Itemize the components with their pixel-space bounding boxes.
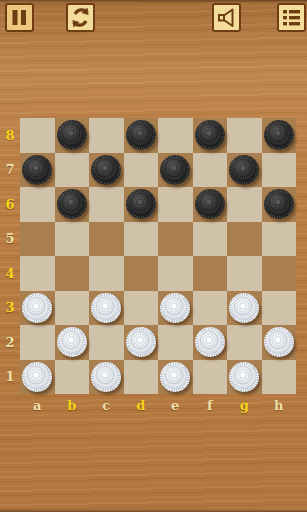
square-g5[interactable]	[227, 222, 262, 257]
square-c8[interactable]	[89, 118, 124, 153]
square-c6[interactable]	[89, 187, 124, 222]
restart-button[interactable]	[66, 3, 95, 32]
file-label-b: b	[55, 394, 90, 416]
piece-white-g3[interactable]	[229, 293, 259, 323]
piece-black-e7[interactable]	[160, 155, 190, 185]
piece-black-b8[interactable]	[57, 120, 87, 150]
square-f3[interactable]	[193, 291, 228, 326]
square-e5[interactable]	[158, 222, 193, 257]
sound-button[interactable]	[212, 3, 241, 32]
piece-white-g1[interactable]	[229, 362, 259, 392]
piece-black-h8[interactable]	[264, 120, 294, 150]
square-a6[interactable]	[20, 187, 55, 222]
rank-label-6: 6	[0, 187, 20, 222]
piece-black-c7[interactable]	[91, 155, 121, 185]
rank-label-7: 7	[0, 153, 20, 188]
piece-white-a1[interactable]	[22, 362, 52, 392]
rank-label-1: 1	[0, 360, 20, 395]
board	[20, 118, 296, 394]
square-e8[interactable]	[158, 118, 193, 153]
square-d5[interactable]	[124, 222, 159, 257]
file-label-d: d	[124, 394, 159, 416]
piece-black-g7[interactable]	[229, 155, 259, 185]
square-h3[interactable]	[262, 291, 297, 326]
file-label-g: g	[227, 394, 262, 416]
file-label-f: f	[193, 394, 228, 416]
game-screen: 87654321 abcdefgh	[0, 0, 307, 512]
file-label-a: a	[20, 394, 55, 416]
piece-black-f8[interactable]	[195, 120, 225, 150]
square-c5[interactable]	[89, 222, 124, 257]
piece-white-d2[interactable]	[126, 327, 156, 357]
piece-black-f6[interactable]	[195, 189, 225, 219]
square-c2[interactable]	[89, 325, 124, 360]
square-a4[interactable]	[20, 256, 55, 291]
piece-black-d6[interactable]	[126, 189, 156, 219]
file-label-h: h	[262, 394, 297, 416]
menu-button[interactable]	[277, 3, 306, 32]
square-a2[interactable]	[20, 325, 55, 360]
piece-white-c3[interactable]	[91, 293, 121, 323]
file-label-c: c	[89, 394, 124, 416]
piece-white-f2[interactable]	[195, 327, 225, 357]
square-e6[interactable]	[158, 187, 193, 222]
square-g4[interactable]	[227, 256, 262, 291]
rank-label-5: 5	[0, 222, 20, 257]
piece-black-h6[interactable]	[264, 189, 294, 219]
piece-black-d8[interactable]	[126, 120, 156, 150]
square-c4[interactable]	[89, 256, 124, 291]
piece-white-a3[interactable]	[22, 293, 52, 323]
square-h1[interactable]	[262, 360, 297, 395]
square-g2[interactable]	[227, 325, 262, 360]
square-h4[interactable]	[262, 256, 297, 291]
square-d4[interactable]	[124, 256, 159, 291]
piece-black-a7[interactable]	[22, 155, 52, 185]
piece-white-e3[interactable]	[160, 293, 190, 323]
pause-button[interactable]	[5, 3, 34, 32]
square-d7[interactable]	[124, 153, 159, 188]
square-f1[interactable]	[193, 360, 228, 395]
piece-white-e1[interactable]	[160, 362, 190, 392]
piece-white-c1[interactable]	[91, 362, 121, 392]
square-f5[interactable]	[193, 222, 228, 257]
rank-label-8: 8	[0, 118, 20, 153]
square-b7[interactable]	[55, 153, 90, 188]
square-g8[interactable]	[227, 118, 262, 153]
square-a5[interactable]	[20, 222, 55, 257]
square-b4[interactable]	[55, 256, 90, 291]
square-d1[interactable]	[124, 360, 159, 395]
square-f4[interactable]	[193, 256, 228, 291]
square-a8[interactable]	[20, 118, 55, 153]
square-g6[interactable]	[227, 187, 262, 222]
speaker-icon	[214, 5, 239, 30]
square-b5[interactable]	[55, 222, 90, 257]
square-d3[interactable]	[124, 291, 159, 326]
file-labels: abcdefgh	[20, 394, 296, 416]
menu-icon	[279, 5, 304, 30]
restart-icon	[68, 5, 93, 30]
file-label-e: e	[158, 394, 193, 416]
piece-black-b6[interactable]	[57, 189, 87, 219]
square-b3[interactable]	[55, 291, 90, 326]
square-e2[interactable]	[158, 325, 193, 360]
piece-white-h2[interactable]	[264, 327, 294, 357]
rank-labels: 87654321	[0, 118, 20, 394]
square-h5[interactable]	[262, 222, 297, 257]
rank-label-2: 2	[0, 325, 20, 360]
rank-label-4: 4	[0, 256, 20, 291]
piece-white-b2[interactable]	[57, 327, 87, 357]
square-b1[interactable]	[55, 360, 90, 395]
square-f7[interactable]	[193, 153, 228, 188]
square-e4[interactable]	[158, 256, 193, 291]
pause-icon	[7, 5, 32, 30]
rank-label-3: 3	[0, 291, 20, 326]
square-h7[interactable]	[262, 153, 297, 188]
